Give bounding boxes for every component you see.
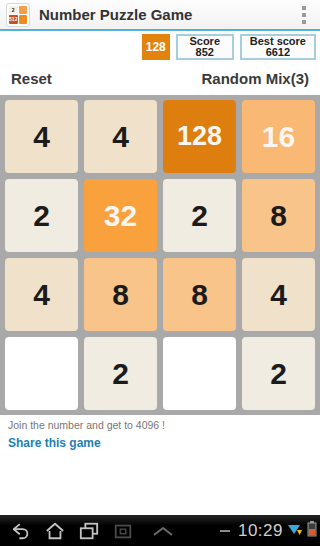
board-cell: 16 [242,100,315,173]
title-bar: 2 512 Number Puzzle Game [0,0,320,31]
board-cell: 2 [84,337,157,410]
highest-tile-badge: 128 [142,34,170,60]
footer: Join the number and get to 4096 ! Share … [0,415,320,454]
back-icon[interactable] [8,520,34,542]
app-title: Number Puzzle Game [39,6,192,23]
app-icon-mini-tile: 512 [9,15,18,24]
battery-icon [307,520,317,541]
random-mix-button[interactable]: Random Mix(3) [201,70,309,87]
score-value: 852 [196,47,214,58]
clock: 10:29 [238,521,283,541]
board-cell: 8 [163,258,236,331]
game-board[interactable]: 4 4 128 16 2 32 2 8 4 8 8 4 2 2 [0,95,320,415]
overflow-menu-icon[interactable] [294,2,314,28]
recent-apps-icon[interactable] [76,520,102,542]
home-icon[interactable] [42,520,68,542]
share-link[interactable]: Share this game [8,436,312,450]
app-icon: 2 512 [6,3,30,27]
app-icon-mini-tile [19,15,28,24]
board-cell: 2 [163,179,236,252]
app-screen: 2 512 Number Puzzle Game 128 Score 852 B… [0,0,320,546]
board-cell: 4 [242,258,315,331]
board-cell [163,337,236,410]
board-cell: 4 [5,100,78,173]
app-icon-mini-tile: 2 [9,6,18,15]
board-cell: 128 [163,100,236,173]
app-icon-mini-tile [19,6,28,15]
wifi-icon [287,521,303,541]
board-cell: 4 [84,100,157,173]
controls-row: Reset Random Mix(3) [0,69,320,87]
board-cell: 4 [5,258,78,331]
best-score-box: Best score 6612 [240,34,316,60]
quick-panel-chevron-icon[interactable] [150,515,176,546]
board-cell: 2 [242,337,315,410]
board-cell: 2 [5,179,78,252]
best-score-value: 6612 [266,47,290,58]
board-cell: 32 [84,179,157,252]
board-cell: 8 [84,258,157,331]
status-dash [220,530,230,532]
board-cell [5,337,78,410]
goal-hint-text: Join the number and get to 4096 ! [8,419,312,431]
score-box: Score 852 [176,34,234,60]
system-nav-bar: 10:29 [0,515,320,546]
reset-button[interactable]: Reset [11,70,52,87]
screenshot-icon[interactable] [110,520,136,542]
score-row: 128 Score 852 Best score 6612 [0,34,316,60]
board-cell: 8 [242,179,315,252]
